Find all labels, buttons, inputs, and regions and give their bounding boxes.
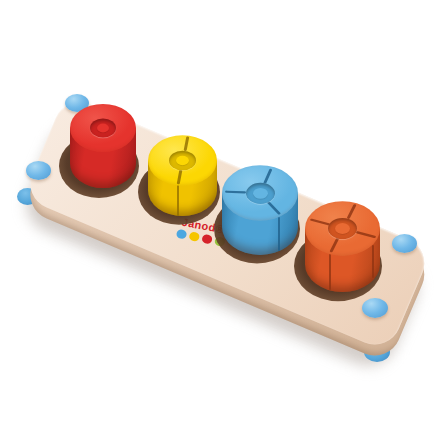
logo-dot-red [201,234,212,244]
cylinder-yellow-split-line [177,170,182,185]
cylinder-yellow-top [148,135,217,185]
cylinder-blue-split-line [267,201,281,215]
cylinder-red-ring [90,119,116,138]
cylinder-orange-wall-seam [372,245,374,278]
cylinder-orange-top [305,201,380,256]
cylinder-yellow-wall-seam [177,185,179,216]
cylinder-yellow-ring [169,151,196,171]
blue-peg-bottom-right [362,298,388,318]
blue-peg-left [26,161,51,180]
cylinder-yellow-split-line [183,137,188,152]
cylinder-orange-split-line [309,219,330,226]
cylinder-blue-split-line [225,191,246,194]
logo-dot-yellow [189,231,200,241]
product-photo: Janod® [0,0,440,440]
cylinder-orange-wall-seam [329,254,331,290]
cylinder-orange-ring [328,218,357,239]
logo-dot-blue [176,229,187,239]
cylinder-red-top [70,104,136,152]
cylinder-orange-split-line [355,231,376,238]
cylinder-blue-top [222,165,298,220]
cylinder-orange-split-line [329,238,339,253]
blue-peg-right [392,234,417,253]
cylinder-orange-split-line [346,204,356,219]
cylinder-blue-wall-seam [278,217,280,251]
cylinder-blue-ring [246,182,275,203]
cylinder-blue-split-line [263,168,272,183]
